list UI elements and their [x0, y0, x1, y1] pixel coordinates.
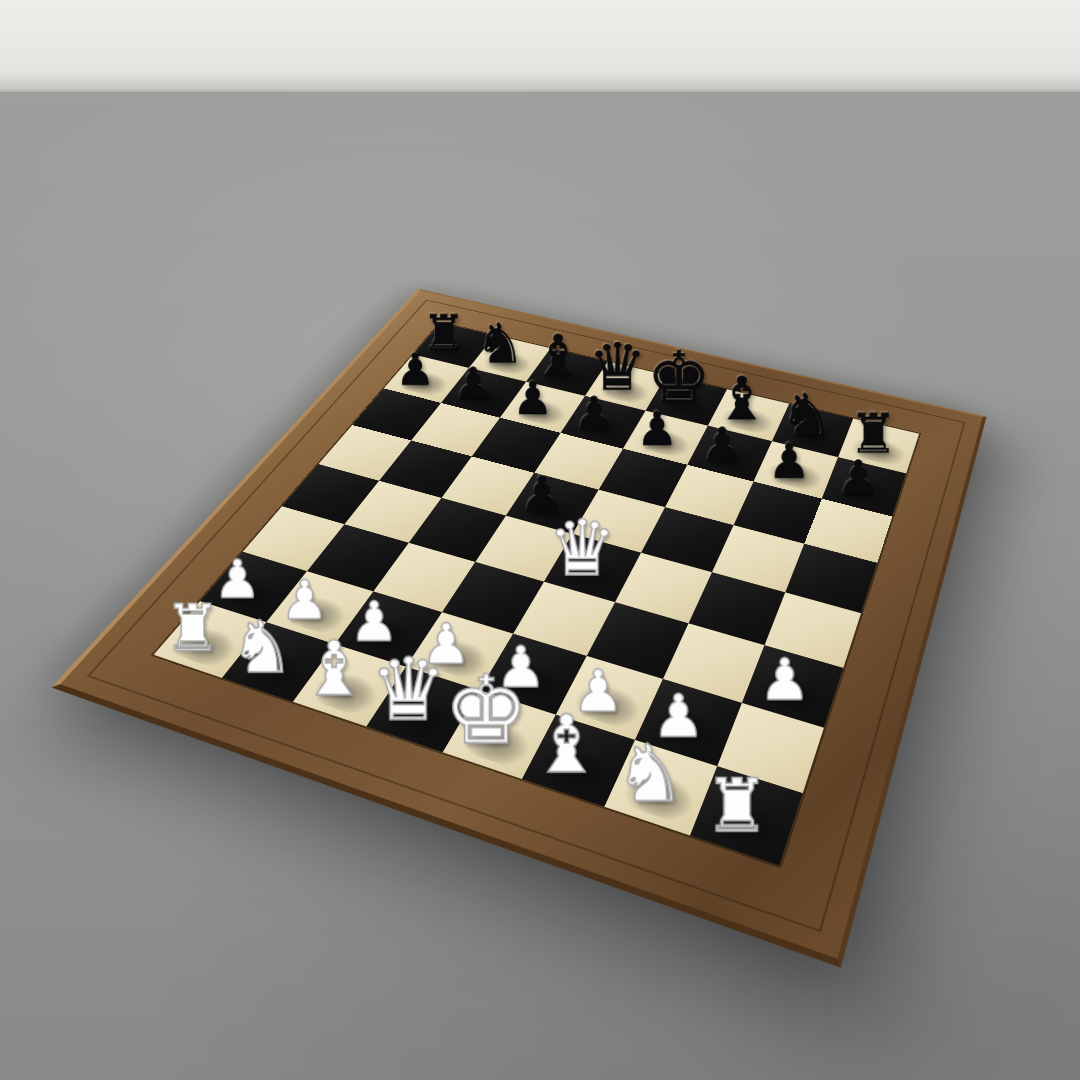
piece-shadow: [279, 591, 356, 637]
piece-shadow: [380, 689, 462, 743]
piece-shadow: [782, 418, 843, 452]
piece-shadow: [618, 765, 702, 826]
piece-shadow: [167, 621, 247, 670]
piece-shadow: [535, 739, 618, 798]
background-wall: [0, 0, 1080, 92]
piece-shadow: [306, 666, 387, 718]
piece-shadow: [456, 714, 539, 770]
piece-white-pawn-a2: ♟: [199, 553, 276, 606]
piece-shadow: [517, 489, 585, 528]
piece-shadow: [703, 792, 788, 855]
piece-shadow: [555, 552, 627, 595]
photo-scene: ♜♞♝♛♚♝♞♜♟♟♟♟♟♟♟♟♟♛♟♟♟♟♟♟♟♟♜♞♝♛♚♝♞♜: [0, 0, 1080, 1080]
square-g6: [734, 482, 822, 544]
piece-shadow: [212, 571, 288, 616]
piece-shadow: [235, 643, 315, 694]
